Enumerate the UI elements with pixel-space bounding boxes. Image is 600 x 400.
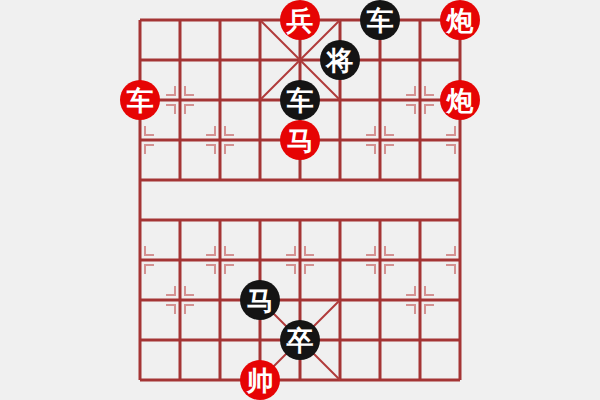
piece-red-cannon[interactable]: 炮 — [440, 0, 480, 40]
piece-black-chariot[interactable]: 车 — [280, 80, 320, 120]
piece-red-chariot[interactable]: 车 — [120, 80, 160, 120]
piece-black-horse[interactable]: 马 — [240, 280, 280, 320]
piece-black-chariot[interactable]: 车 — [360, 0, 400, 40]
piece-black-general[interactable]: 将 — [320, 40, 360, 80]
piece-red-horse[interactable]: 马 — [280, 120, 320, 160]
piece-black-soldier[interactable]: 卒 — [280, 320, 320, 360]
piece-red-general[interactable]: 帅 — [240, 360, 280, 400]
piece-red-soldier[interactable]: 兵 — [280, 0, 320, 40]
piece-red-cannon[interactable]: 炮 — [440, 80, 480, 120]
xiangqi-board: 兵车炮将车车炮马马卒帅 — [0, 0, 600, 400]
pieces-layer: 兵车炮将车车炮马马卒帅 — [120, 0, 480, 400]
